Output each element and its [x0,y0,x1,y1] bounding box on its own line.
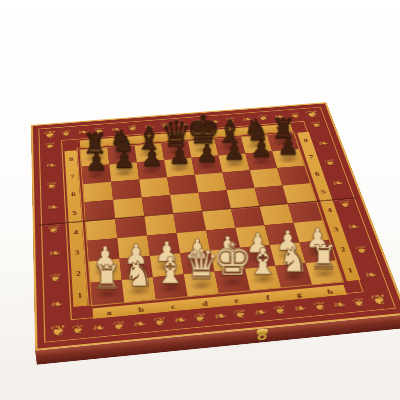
chess-set-photo: ❦ ❧ ❦ ❧ ❦ ❧ ❦ ❧ ❦ ❧ ❦ ❧ ❦ ❧ ❦ ❧ ❦ ❧ ❦ ❧ … [0,0,400,400]
piece-glyph: ♟ [250,137,272,160]
piece-white-bishop-c1[interactable]: ♝ [154,211,185,287]
piece-white-knight-b1[interactable]: ♞ [123,213,155,289]
piece-black-pawn-g7[interactable]: ♟ [247,94,274,160]
clasp-ring [257,334,266,341]
piece-black-pawn-d7[interactable]: ♟ [166,101,194,168]
piece-black-pawn-c7[interactable]: ♟ [138,103,166,170]
board-top-face: ❦ ❧ ❦ ❧ ❦ ❧ ❦ ❧ ❦ ❧ ❦ ❧ ❦ ❧ ❦ ❧ ❦ ❧ ❦ ❧ … [31,102,400,350]
rank-label: 2 [71,262,86,285]
piece-black-pawn-e7[interactable]: ♟ [193,99,221,166]
floral-corner-icon: ❦ [300,108,325,122]
piece-glyph: ♞ [278,243,309,276]
folding-chess-case: ❦ ❧ ❦ ❧ ❦ ❧ ❦ ❧ ❦ ❧ ❦ ❧ ❦ ❧ ❦ ❧ ❦ ❧ ❦ ❧ … [31,102,400,350]
piece-glyph: ♛ [183,245,220,284]
piece-black-pawn-h7[interactable]: ♟ [274,92,301,158]
piece-white-king-e1[interactable]: ♚ [217,205,248,280]
piece-white-rook-a1[interactable]: ♜ [91,216,123,292]
piece-black-pawn-b7[interactable]: ♟ [110,105,138,172]
piece-glyph: ♟ [141,146,163,170]
floral-corner-icon: ❦ [39,128,61,142]
piece-black-pawn-f7[interactable]: ♟ [220,96,248,162]
piece-glyph: ♞ [123,257,154,290]
piece-glyph: ♝ [154,252,187,287]
piece-glyph: ♟ [168,144,190,168]
piece-glyph: ♟ [113,148,135,172]
brass-clasp[interactable] [254,328,270,341]
piece-white-queen-d1[interactable]: ♛ [186,208,217,284]
piece-glyph: ♜ [310,242,339,272]
piece-glyph: ♟ [277,135,299,158]
piece-white-rook-h1[interactable]: ♜ [309,198,340,273]
piece-white-knight-g1[interactable]: ♞ [278,200,309,275]
piece-glyph: ♜ [93,261,122,292]
piece-glyph: ♟ [223,139,245,162]
piece-glyph: ♟ [196,142,218,165]
piece-glyph: ♟ [85,150,107,174]
rank-label: 3 [70,241,85,263]
piece-black-pawn-a7[interactable]: ♟ [82,107,110,174]
